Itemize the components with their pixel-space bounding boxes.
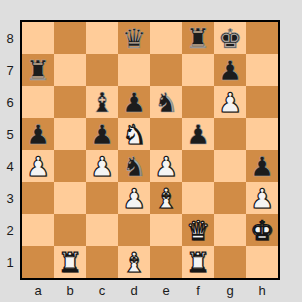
square-c5[interactable]: ♟ [86,118,118,150]
square-d5[interactable]: ♞ [118,118,150,150]
piece-black-rook-f8: ♜ [186,25,210,52]
piece-black-pawn-a5: ♟ [26,121,50,148]
chess-diagram: 87654321 ♛♜♚♜♟♝♟♞♟♟♟♞♟♟♟♞♟♟♟♝♟♛♚♜♝♜ abcd… [0,0,302,302]
rank-label-2: 2 [0,214,20,246]
square-b2[interactable] [54,214,86,246]
piece-white-knight-d5: ♞ [122,121,146,148]
piece-white-king-h2: ♚ [250,217,274,244]
square-b5[interactable] [54,118,86,150]
file-label-g: g [214,280,246,300]
square-g7[interactable]: ♟ [214,54,246,86]
square-a3[interactable] [22,182,54,214]
rank-label-7: 7 [0,54,20,86]
square-d8[interactable]: ♛ [118,22,150,54]
square-h4[interactable]: ♟ [246,150,278,182]
piece-black-pawn-g7: ♟ [218,57,242,84]
square-e8[interactable] [150,22,182,54]
piece-white-pawn-e4: ♟ [154,153,178,180]
piece-white-bishop-d1: ♝ [122,249,146,276]
square-f1[interactable]: ♜ [182,246,214,278]
square-e5[interactable] [150,118,182,150]
square-h7[interactable] [246,54,278,86]
square-h8[interactable] [246,22,278,54]
piece-black-bishop-c6: ♝ [90,89,114,116]
file-label-h: h [246,280,278,300]
square-b3[interactable] [54,182,86,214]
square-h3[interactable]: ♟ [246,182,278,214]
piece-black-knight-d4: ♞ [122,153,146,180]
square-b6[interactable] [54,86,86,118]
square-c8[interactable] [86,22,118,54]
square-d3[interactable]: ♟ [118,182,150,214]
square-d1[interactable]: ♝ [118,246,150,278]
square-e6[interactable]: ♞ [150,86,182,118]
piece-black-pawn-d6: ♟ [122,89,146,116]
square-a6[interactable] [22,86,54,118]
square-c6[interactable]: ♝ [86,86,118,118]
file-label-d: d [118,280,150,300]
square-e4[interactable]: ♟ [150,150,182,182]
square-g6[interactable]: ♟ [214,86,246,118]
piece-black-rook-a7: ♜ [26,57,50,84]
square-g1[interactable] [214,246,246,278]
file-label-b: b [54,280,86,300]
rank-label-6: 6 [0,86,20,118]
piece-white-pawn-a4: ♟ [26,153,50,180]
square-h2[interactable]: ♚ [246,214,278,246]
square-c7[interactable] [86,54,118,86]
rank-label-4: 4 [0,150,20,182]
rank-label-3: 3 [0,182,20,214]
square-e2[interactable] [150,214,182,246]
piece-white-rook-b1: ♜ [58,249,82,276]
piece-white-bishop-e3: ♝ [154,185,178,212]
piece-black-pawn-h4: ♟ [250,153,274,180]
piece-white-pawn-g6: ♟ [218,89,242,116]
rank-label-1: 1 [0,246,20,278]
square-g2[interactable] [214,214,246,246]
file-label-c: c [86,280,118,300]
square-f7[interactable] [182,54,214,86]
square-d4[interactable]: ♞ [118,150,150,182]
piece-white-queen-f2: ♛ [186,217,210,244]
file-label-a: a [22,280,54,300]
square-c3[interactable] [86,182,118,214]
square-a5[interactable]: ♟ [22,118,54,150]
square-d7[interactable] [118,54,150,86]
square-h5[interactable] [246,118,278,150]
square-g8[interactable]: ♚ [214,22,246,54]
square-g4[interactable] [214,150,246,182]
file-labels: abcdefgh [22,280,278,300]
square-c2[interactable] [86,214,118,246]
square-e7[interactable] [150,54,182,86]
square-c1[interactable] [86,246,118,278]
rank-labels: 87654321 [0,22,20,278]
square-h1[interactable] [246,246,278,278]
square-f8[interactable]: ♜ [182,22,214,54]
piece-black-pawn-f5: ♟ [186,121,210,148]
square-a2[interactable] [22,214,54,246]
piece-black-pawn-c5: ♟ [90,121,114,148]
square-b7[interactable] [54,54,86,86]
square-a8[interactable] [22,22,54,54]
piece-white-rook-f1: ♜ [186,249,210,276]
square-h6[interactable] [246,86,278,118]
square-a7[interactable]: ♜ [22,54,54,86]
rank-label-8: 8 [0,22,20,54]
square-a4[interactable]: ♟ [22,150,54,182]
square-e3[interactable]: ♝ [150,182,182,214]
square-a1[interactable] [22,246,54,278]
rank-label-5: 5 [0,118,20,150]
chess-board: ♛♜♚♜♟♝♟♞♟♟♟♞♟♟♟♞♟♟♟♝♟♛♚♜♝♜ [20,20,280,280]
piece-white-pawn-d3: ♟ [122,185,146,212]
square-f2[interactable]: ♛ [182,214,214,246]
file-label-e: e [150,280,182,300]
square-g5[interactable] [214,118,246,150]
file-label-f: f [182,280,214,300]
square-b4[interactable] [54,150,86,182]
piece-black-queen-d8: ♛ [122,25,146,52]
square-f3[interactable] [182,182,214,214]
square-f6[interactable] [182,86,214,118]
square-f5[interactable]: ♟ [182,118,214,150]
square-c4[interactable]: ♟ [86,150,118,182]
square-e1[interactable] [150,246,182,278]
square-d2[interactable] [118,214,150,246]
square-b1[interactable]: ♜ [54,246,86,278]
piece-black-knight-e6: ♞ [154,89,178,116]
piece-white-pawn-c4: ♟ [90,153,114,180]
piece-black-king-g8: ♚ [218,25,242,52]
square-b8[interactable] [54,22,86,54]
square-f4[interactable] [182,150,214,182]
square-d6[interactable]: ♟ [118,86,150,118]
square-g3[interactable] [214,182,246,214]
piece-white-pawn-h3: ♟ [250,185,274,212]
